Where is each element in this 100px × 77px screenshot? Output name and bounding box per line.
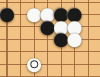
white-stone-marked: ● [27,58,41,70]
white-stone-glyph: ● [26,55,42,74]
white-stone-glyph: ● [66,30,82,49]
black-stone-glyph: ● [0,5,15,24]
black-stone: ● [0,8,14,20]
stones-layer: ●●●●●●●●●●● [0,0,100,77]
white-stone: ● [68,33,82,45]
go-board[interactable]: ●●●●●●●●●●● [0,0,100,77]
